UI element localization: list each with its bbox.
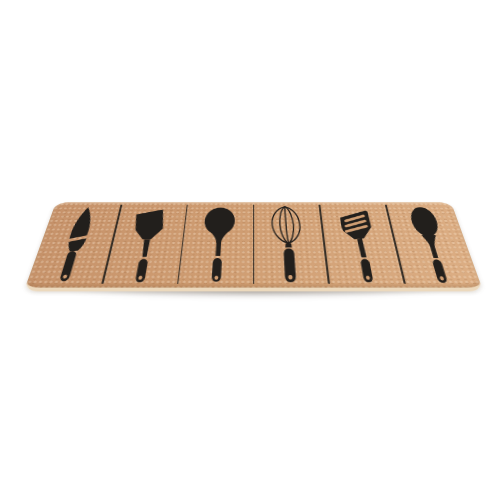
ladle-icon (177, 202, 253, 287)
mat-panel (253, 202, 329, 287)
whisk-icon (253, 202, 329, 287)
product-photo-scene (0, 0, 500, 500)
kitchen-utensil-mat (24, 202, 484, 291)
mat-panel (177, 202, 253, 287)
